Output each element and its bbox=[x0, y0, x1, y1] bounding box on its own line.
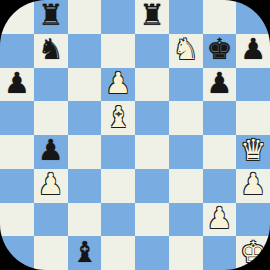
square-h7[interactable]: ♟ bbox=[236, 34, 270, 68]
square-b4[interactable]: ♟ bbox=[34, 135, 68, 169]
square-c2[interactable] bbox=[68, 203, 102, 237]
piece-black-pawn[interactable]: ♟ bbox=[4, 69, 30, 98]
square-b2[interactable] bbox=[34, 203, 68, 237]
piece-black-rook[interactable]: ♜ bbox=[38, 1, 64, 30]
square-d8[interactable] bbox=[101, 0, 135, 34]
square-f7[interactable]: ♞ bbox=[169, 34, 203, 68]
piece-black-knight[interactable]: ♞ bbox=[38, 35, 64, 64]
square-d1[interactable] bbox=[101, 236, 135, 270]
square-h6[interactable] bbox=[236, 68, 270, 102]
square-h3[interactable]: ♟ bbox=[236, 169, 270, 203]
square-a4[interactable] bbox=[0, 135, 34, 169]
square-d6[interactable]: ♟ bbox=[101, 68, 135, 102]
piece-white-bishop[interactable]: ♝ bbox=[105, 103, 131, 132]
square-a2[interactable] bbox=[0, 203, 34, 237]
square-g2[interactable]: ♟ bbox=[203, 203, 237, 237]
piece-black-bishop[interactable]: ♝ bbox=[71, 238, 97, 267]
square-f5[interactable] bbox=[169, 101, 203, 135]
square-a7[interactable] bbox=[0, 34, 34, 68]
square-b1[interactable] bbox=[34, 236, 68, 270]
square-a3[interactable] bbox=[0, 169, 34, 203]
square-b7[interactable]: ♞ bbox=[34, 34, 68, 68]
square-a5[interactable] bbox=[0, 101, 34, 135]
square-b8[interactable]: ♜ bbox=[34, 0, 68, 34]
piece-black-rook[interactable]: ♜ bbox=[139, 1, 165, 30]
piece-white-queen[interactable]: ♛ bbox=[240, 136, 266, 165]
chess-board-window: ♜♜♞♞♚♟♟♟♟♝♟♛♟♟♟♝♚ bbox=[0, 0, 270, 270]
square-g5[interactable] bbox=[203, 101, 237, 135]
square-d2[interactable] bbox=[101, 203, 135, 237]
square-f8[interactable] bbox=[169, 0, 203, 34]
square-e1[interactable] bbox=[135, 236, 169, 270]
square-g7[interactable]: ♚ bbox=[203, 34, 237, 68]
square-c1[interactable]: ♝ bbox=[68, 236, 102, 270]
square-d3[interactable] bbox=[101, 169, 135, 203]
square-g8[interactable] bbox=[203, 0, 237, 34]
piece-white-pawn[interactable]: ♟ bbox=[105, 69, 131, 98]
square-e3[interactable] bbox=[135, 169, 169, 203]
square-c3[interactable] bbox=[68, 169, 102, 203]
square-a6[interactable]: ♟ bbox=[0, 68, 34, 102]
square-c4[interactable] bbox=[68, 135, 102, 169]
chess-board: ♜♜♞♞♚♟♟♟♟♝♟♛♟♟♟♝♚ bbox=[0, 0, 270, 270]
piece-white-pawn[interactable]: ♟ bbox=[38, 170, 64, 199]
square-h1[interactable]: ♚ bbox=[236, 236, 270, 270]
piece-white-pawn[interactable]: ♟ bbox=[206, 204, 232, 233]
piece-white-knight[interactable]: ♞ bbox=[173, 35, 199, 64]
square-e4[interactable] bbox=[135, 135, 169, 169]
square-e2[interactable] bbox=[135, 203, 169, 237]
square-f3[interactable] bbox=[169, 169, 203, 203]
square-b3[interactable]: ♟ bbox=[34, 169, 68, 203]
piece-white-pawn[interactable]: ♟ bbox=[240, 170, 266, 199]
square-g6[interactable]: ♟ bbox=[203, 68, 237, 102]
square-c7[interactable] bbox=[68, 34, 102, 68]
square-a8[interactable] bbox=[0, 0, 34, 34]
square-d5[interactable]: ♝ bbox=[101, 101, 135, 135]
square-d4[interactable] bbox=[101, 135, 135, 169]
square-c6[interactable] bbox=[68, 68, 102, 102]
square-e7[interactable] bbox=[135, 34, 169, 68]
square-c5[interactable] bbox=[68, 101, 102, 135]
square-b6[interactable] bbox=[34, 68, 68, 102]
square-d7[interactable] bbox=[101, 34, 135, 68]
square-b5[interactable] bbox=[34, 101, 68, 135]
piece-black-king[interactable]: ♚ bbox=[206, 35, 232, 64]
square-f2[interactable] bbox=[169, 203, 203, 237]
square-e6[interactable] bbox=[135, 68, 169, 102]
square-e5[interactable] bbox=[135, 101, 169, 135]
square-h5[interactable] bbox=[236, 101, 270, 135]
piece-black-pawn[interactable]: ♟ bbox=[38, 136, 64, 165]
square-h2[interactable] bbox=[236, 203, 270, 237]
square-e8[interactable]: ♜ bbox=[135, 0, 169, 34]
square-g1[interactable] bbox=[203, 236, 237, 270]
square-f6[interactable] bbox=[169, 68, 203, 102]
piece-white-king[interactable]: ♚ bbox=[240, 238, 266, 267]
square-f1[interactable] bbox=[169, 236, 203, 270]
square-a1[interactable] bbox=[0, 236, 34, 270]
piece-black-pawn[interactable]: ♟ bbox=[206, 69, 232, 98]
square-h8[interactable] bbox=[236, 0, 270, 34]
square-h4[interactable]: ♛ bbox=[236, 135, 270, 169]
square-f4[interactable] bbox=[169, 135, 203, 169]
piece-black-pawn[interactable]: ♟ bbox=[240, 35, 266, 64]
square-g4[interactable] bbox=[203, 135, 237, 169]
square-g3[interactable] bbox=[203, 169, 237, 203]
square-c8[interactable] bbox=[68, 0, 102, 34]
